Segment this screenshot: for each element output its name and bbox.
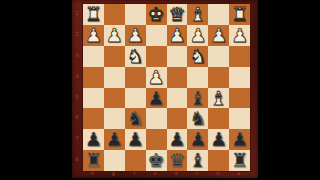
board-square-e4[interactable]: ♟ [146, 67, 167, 88]
board-square-a2[interactable]: ♟ [229, 25, 250, 46]
piece-black-bishop: ♝ [187, 150, 208, 171]
piece-black-rook: ♜ [83, 150, 104, 171]
rank-label-1: 1 [72, 3, 82, 24]
piece-white-knight: ♞ [187, 46, 208, 67]
rank-label-6: 6 [72, 108, 82, 129]
board-square-d8[interactable]: ♛ [167, 150, 188, 171]
piece-white-pawn: ♟ [229, 25, 250, 46]
board-square-h3[interactable] [83, 46, 104, 67]
piece-white-pawn: ♟ [167, 25, 188, 46]
board-square-e7[interactable] [146, 129, 167, 150]
piece-white-pawn: ♟ [146, 67, 167, 88]
board-square-f5[interactable] [125, 88, 146, 109]
board-square-b7[interactable]: ♟ [208, 129, 229, 150]
board-square-e5[interactable]: ♟ [146, 88, 167, 109]
piece-white-pawn: ♟ [83, 25, 104, 46]
piece-black-pawn: ♟ [146, 88, 167, 109]
board-square-c5[interactable]: ♝ [187, 88, 208, 109]
board-square-b6[interactable] [208, 108, 229, 129]
board-square-f4[interactable] [125, 67, 146, 88]
board-square-f7[interactable]: ♟ [125, 129, 146, 150]
board-square-a3[interactable] [229, 46, 250, 67]
piece-white-rook: ♜ [83, 4, 104, 25]
board-square-h1[interactable]: ♜ [83, 4, 104, 25]
piece-black-knight: ♞ [125, 108, 146, 129]
board-square-c3[interactable]: ♞ [187, 46, 208, 67]
board-square-e3[interactable] [146, 46, 167, 67]
board-square-d1[interactable]: ♛ [167, 4, 188, 25]
piece-black-rook: ♜ [229, 150, 250, 171]
board-square-b2[interactable]: ♟ [208, 25, 229, 46]
piece-black-bishop: ♝ [187, 88, 208, 109]
board-square-b1[interactable] [208, 4, 229, 25]
piece-black-pawn: ♟ [104, 129, 125, 150]
board-square-a1[interactable]: ♜ [229, 4, 250, 25]
board-square-g7[interactable]: ♟ [104, 129, 125, 150]
rank-labels: 12345678 [72, 3, 82, 170]
board-square-e1[interactable]: ♚ [146, 4, 167, 25]
board-square-c6[interactable]: ♞ [187, 108, 208, 129]
board-square-b8[interactable] [208, 150, 229, 171]
board-square-c8[interactable]: ♝ [187, 150, 208, 171]
board-square-a5[interactable] [229, 88, 250, 109]
board-square-e6[interactable] [146, 108, 167, 129]
board-square-c2[interactable]: ♟ [187, 25, 208, 46]
piece-white-bishop: ♝ [187, 4, 208, 25]
piece-white-pawn: ♟ [187, 25, 208, 46]
chess-board-frame: 12345678 hgfedcba ♜♚♛♝♜♟♟♟♟♟♟♟♞♞♟♟♝♝♞♞♟♟… [72, 0, 258, 178]
piece-white-king: ♚ [146, 4, 167, 25]
board-square-g8[interactable] [104, 150, 125, 171]
piece-black-pawn: ♟ [208, 129, 229, 150]
board-square-b3[interactable] [208, 46, 229, 67]
board-square-d4[interactable] [167, 67, 188, 88]
board-square-c7[interactable]: ♟ [187, 129, 208, 150]
piece-white-queen: ♛ [167, 4, 188, 25]
board-square-d2[interactable]: ♟ [167, 25, 188, 46]
board-square-e2[interactable] [146, 25, 167, 46]
board-square-f2[interactable]: ♟ [125, 25, 146, 46]
piece-black-pawn: ♟ [167, 129, 188, 150]
board-square-h7[interactable]: ♟ [83, 129, 104, 150]
board-square-a8[interactable]: ♜ [229, 150, 250, 171]
piece-black-pawn: ♟ [187, 129, 208, 150]
piece-black-pawn: ♟ [229, 129, 250, 150]
board-square-a6[interactable] [229, 108, 250, 129]
board-square-f8[interactable] [125, 150, 146, 171]
board-square-b5[interactable]: ♝ [208, 88, 229, 109]
rank-label-3: 3 [72, 45, 82, 66]
rank-label-8: 8 [72, 149, 82, 170]
board-square-g3[interactable] [104, 46, 125, 67]
board-square-g4[interactable] [104, 67, 125, 88]
board-square-d6[interactable] [167, 108, 188, 129]
board-square-d7[interactable]: ♟ [167, 129, 188, 150]
piece-black-knight: ♞ [187, 108, 208, 129]
board-square-f1[interactable] [125, 4, 146, 25]
board-square-a7[interactable]: ♟ [229, 129, 250, 150]
rank-label-5: 5 [72, 87, 82, 108]
board-square-c1[interactable]: ♝ [187, 4, 208, 25]
screenshot-root: 12345678 hgfedcba ♜♚♛♝♜♟♟♟♟♟♟♟♞♞♟♟♝♝♞♞♟♟… [0, 0, 320, 180]
piece-white-pawn: ♟ [104, 25, 125, 46]
board-square-c4[interactable] [187, 67, 208, 88]
board-square-h2[interactable]: ♟ [83, 25, 104, 46]
board-square-h8[interactable]: ♜ [83, 150, 104, 171]
board-square-g5[interactable] [104, 88, 125, 109]
board-square-d3[interactable] [167, 46, 188, 67]
board-square-h4[interactable] [83, 67, 104, 88]
chess-board: ♜♚♛♝♜♟♟♟♟♟♟♟♞♞♟♟♝♝♞♞♟♟♟♟♟♟♟♜♚♛♝♜ [82, 3, 251, 172]
piece-black-pawn: ♟ [83, 129, 104, 150]
piece-black-king: ♚ [146, 150, 167, 171]
board-square-d5[interactable] [167, 88, 188, 109]
board-square-b4[interactable] [208, 67, 229, 88]
board-square-a4[interactable] [229, 67, 250, 88]
board-square-h6[interactable] [83, 108, 104, 129]
piece-white-rook: ♜ [229, 4, 250, 25]
piece-white-bishop: ♝ [208, 88, 229, 109]
piece-white-pawn: ♟ [208, 25, 229, 46]
board-square-h5[interactable] [83, 88, 104, 109]
board-square-e8[interactable]: ♚ [146, 150, 167, 171]
rank-label-4: 4 [72, 66, 82, 87]
rank-label-7: 7 [72, 128, 82, 149]
piece-black-pawn: ♟ [125, 129, 146, 150]
rank-label-2: 2 [72, 24, 82, 45]
board-square-f6[interactable]: ♞ [125, 108, 146, 129]
board-square-g6[interactable] [104, 108, 125, 129]
board-square-g2[interactable]: ♟ [104, 25, 125, 46]
board-square-g1[interactable] [104, 4, 125, 25]
piece-white-pawn: ♟ [125, 25, 146, 46]
piece-white-knight: ♞ [125, 46, 146, 67]
piece-black-queen: ♛ [167, 150, 188, 171]
board-square-f3[interactable]: ♞ [125, 46, 146, 67]
